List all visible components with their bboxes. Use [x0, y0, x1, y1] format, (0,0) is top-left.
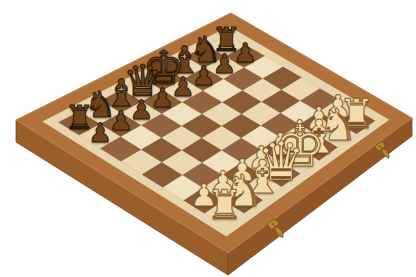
piece-white-rook-a1[interactable]: ♜	[180, 181, 270, 229]
product-photo-background: ♜♟♞♝♟♚♟♛♟♝♟♟♞♟♜♜♟♟♞♟♟♝♟♚♟♛♟♝♟♞♟♜	[0, 0, 416, 277]
piece-black-pawn-a7[interactable]: ♟	[55, 117, 145, 148]
